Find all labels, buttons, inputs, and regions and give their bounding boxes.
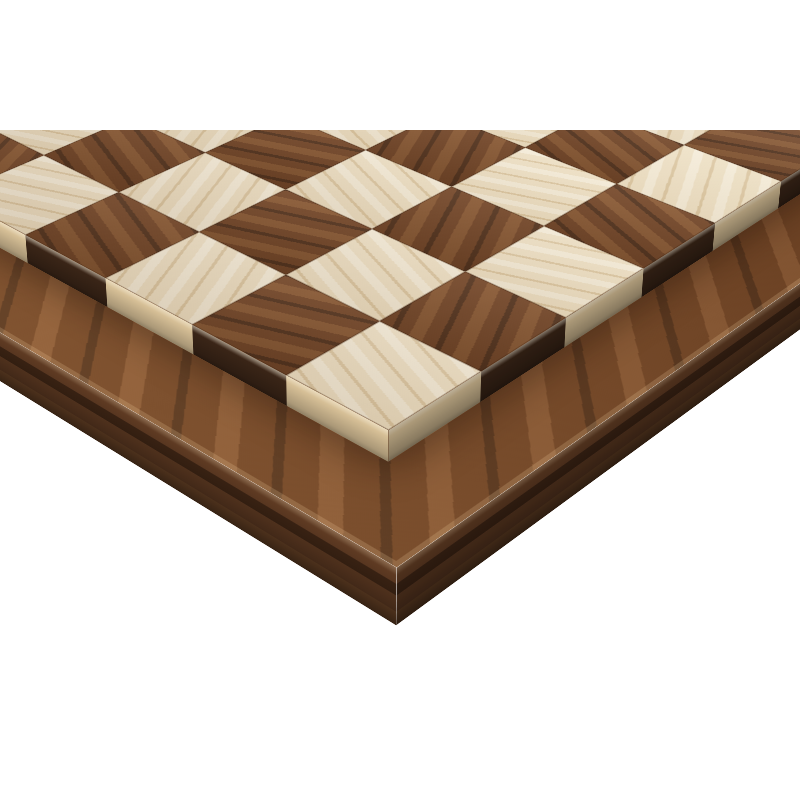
white-crop-band [0,0,800,130]
product-photo-scene [0,0,800,800]
